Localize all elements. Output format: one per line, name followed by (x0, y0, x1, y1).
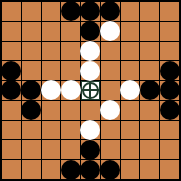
black-attacker-stone[interactable] (80, 21, 100, 41)
white-defender-stone[interactable] (120, 80, 140, 100)
cell-d7[interactable] (61, 121, 80, 140)
cell-h6[interactable] (140, 101, 159, 120)
cell-f8[interactable] (101, 140, 120, 159)
black-attacker-stone[interactable] (21, 100, 41, 120)
black-attacker-stone[interactable] (1, 80, 21, 100)
cell-e2[interactable] (81, 22, 100, 41)
cell-d5[interactable] (61, 81, 80, 100)
cell-f9[interactable] (101, 160, 120, 179)
cell-c2[interactable] (42, 22, 61, 41)
cell-b1[interactable] (22, 2, 41, 21)
cell-f3[interactable] (101, 42, 120, 61)
cell-d9[interactable] (61, 160, 80, 179)
cell-a7[interactable] (2, 121, 21, 140)
cell-e4[interactable] (81, 61, 100, 80)
black-attacker-stone[interactable] (21, 80, 41, 100)
white-defender-stone[interactable] (41, 80, 61, 100)
cell-b5[interactable] (22, 81, 41, 100)
black-attacker-stone[interactable] (100, 1, 120, 21)
cell-h1[interactable] (140, 2, 159, 21)
black-attacker-stone[interactable] (61, 160, 81, 180)
cell-f2[interactable] (101, 22, 120, 41)
cell-d2[interactable] (61, 22, 80, 41)
cell-a8[interactable] (2, 140, 21, 159)
cell-d1[interactable] (61, 2, 80, 21)
cell-e6[interactable] (81, 101, 100, 120)
cell-g4[interactable] (121, 61, 140, 80)
cell-g8[interactable] (121, 140, 140, 159)
white-defender-stone[interactable] (80, 61, 100, 81)
cell-h3[interactable] (140, 42, 159, 61)
cell-c6[interactable] (42, 101, 61, 120)
cell-g2[interactable] (121, 22, 140, 41)
cell-e5[interactable] (81, 81, 100, 100)
cell-a2[interactable] (2, 22, 21, 41)
cell-a1[interactable] (2, 2, 21, 21)
cell-c5[interactable] (42, 81, 61, 100)
cell-e7[interactable] (81, 121, 100, 140)
black-attacker-stone[interactable] (160, 100, 180, 120)
cell-e8[interactable] (81, 140, 100, 159)
cell-i2[interactable] (160, 22, 179, 41)
cell-b6[interactable] (22, 101, 41, 120)
cell-i3[interactable] (160, 42, 179, 61)
cell-f6[interactable] (101, 101, 120, 120)
white-defender-stone[interactable] (80, 41, 100, 61)
cell-g5[interactable] (121, 81, 140, 100)
cell-d8[interactable] (61, 140, 80, 159)
cell-e9[interactable] (81, 160, 100, 179)
cell-i5[interactable] (160, 81, 179, 100)
cell-i1[interactable] (160, 2, 179, 21)
cell-b7[interactable] (22, 121, 41, 140)
cell-f7[interactable] (101, 121, 120, 140)
cell-b4[interactable] (22, 61, 41, 80)
black-attacker-stone[interactable] (140, 80, 160, 100)
black-attacker-stone[interactable] (61, 1, 81, 21)
cell-f1[interactable] (101, 2, 120, 21)
cell-f4[interactable] (101, 61, 120, 80)
black-attacker-stone[interactable] (1, 61, 21, 81)
black-attacker-stone[interactable] (100, 160, 120, 180)
cell-g1[interactable] (121, 2, 140, 21)
cell-c7[interactable] (42, 121, 61, 140)
cell-i4[interactable] (160, 61, 179, 80)
cell-b8[interactable] (22, 140, 41, 159)
cell-b3[interactable] (22, 42, 41, 61)
cell-i7[interactable] (160, 121, 179, 140)
cell-a6[interactable] (2, 101, 21, 120)
cell-i6[interactable] (160, 101, 179, 120)
cell-c1[interactable] (42, 2, 61, 21)
cell-a3[interactable] (2, 42, 21, 61)
cell-h5[interactable] (140, 81, 159, 100)
cell-e1[interactable] (81, 2, 100, 21)
cell-h2[interactable] (140, 22, 159, 41)
black-attacker-stone[interactable] (80, 1, 100, 21)
cell-g9[interactable] (121, 160, 140, 179)
white-defender-stone[interactable] (61, 80, 81, 100)
cell-h4[interactable] (140, 61, 159, 80)
cell-a5[interactable] (2, 81, 21, 100)
black-attacker-stone[interactable] (80, 140, 100, 160)
cell-g7[interactable] (121, 121, 140, 140)
cell-i9[interactable] (160, 160, 179, 179)
cell-g6[interactable] (121, 101, 140, 120)
white-defender-stone[interactable] (100, 100, 120, 120)
cell-d4[interactable] (61, 61, 80, 80)
cell-d6[interactable] (61, 101, 80, 120)
cell-a4[interactable] (2, 61, 21, 80)
black-attacker-stone[interactable] (160, 80, 180, 100)
cell-c8[interactable] (42, 140, 61, 159)
cell-c3[interactable] (42, 42, 61, 61)
cell-h9[interactable] (140, 160, 159, 179)
black-attacker-stone[interactable] (80, 160, 100, 180)
cell-i8[interactable] (160, 140, 179, 159)
cell-a9[interactable] (2, 160, 21, 179)
cell-c4[interactable] (42, 61, 61, 80)
cell-g3[interactable] (121, 42, 140, 61)
white-defender-stone[interactable] (100, 21, 120, 41)
cell-b9[interactable] (22, 160, 41, 179)
white-defender-stone[interactable] (80, 120, 100, 140)
cell-f5[interactable] (101, 81, 120, 100)
cell-e3[interactable] (81, 42, 100, 61)
cell-b2[interactable] (22, 22, 41, 41)
cell-d3[interactable] (61, 42, 80, 61)
cell-c9[interactable] (42, 160, 61, 179)
cell-h7[interactable] (140, 121, 159, 140)
black-attacker-stone[interactable] (160, 61, 180, 81)
throne-cross-vertical (89, 81, 91, 100)
cell-h8[interactable] (140, 140, 159, 159)
tablut-board (0, 0, 181, 181)
